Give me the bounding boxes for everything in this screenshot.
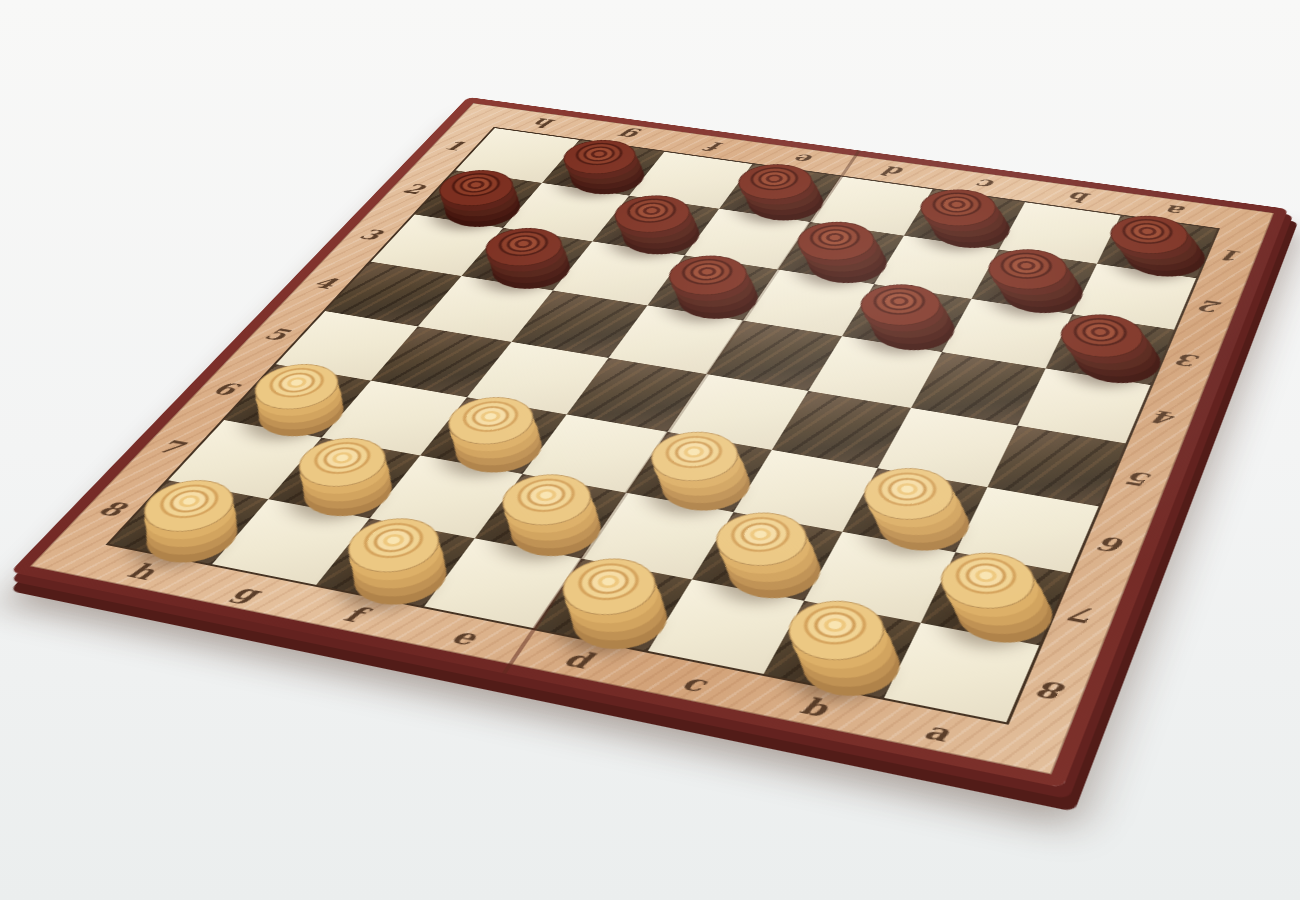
photo-background: 12345678hgfedcbahgfedcba12345678: [0, 0, 1300, 900]
checkers-board: 12345678hgfedcbahgfedcba12345678: [10, 97, 1288, 788]
board-frame: [30, 103, 1274, 774]
board-maroon-rim: 12345678hgfedcbahgfedcba12345678: [10, 97, 1288, 788]
squares-grid: [106, 127, 1220, 725]
